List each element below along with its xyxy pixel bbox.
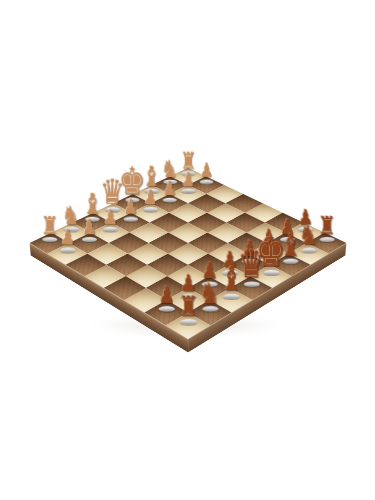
piece-base-ring: [103, 227, 118, 232]
piece-base-ring: [81, 237, 96, 242]
white-knight-glyph: ♞: [62, 204, 80, 228]
black-rook-glyph: ♜: [318, 214, 336, 238]
piece-base-ring: [298, 227, 313, 232]
piece-white-rook: ♜: [168, 147, 208, 176]
piece-base-ring: [143, 207, 157, 212]
piece-base-ring: [261, 248, 276, 253]
piece-base-ring: [144, 189, 158, 194]
piece-base-ring: [319, 237, 334, 242]
chess-board: ♜♟♟♜♞♟♟♞♝♟♟♝♚♟♟♚♛♟♟♛♝♟♟♝♞♟♟♞♜♟♟♜: [30, 168, 347, 339]
white-rook-glyph: ♜: [180, 150, 196, 171]
piece-base-ring: [280, 237, 295, 242]
piece-black-pawn: ♟: [283, 204, 326, 232]
piece-base-ring: [42, 237, 57, 242]
piece-base-ring: [123, 217, 138, 222]
piece-base-ring: [162, 198, 176, 203]
piece-base-ring: [199, 180, 213, 185]
piece-base-ring: [105, 207, 119, 212]
square-c3: [109, 233, 149, 254]
piece-base-ring: [282, 259, 297, 264]
piece-base-ring: [180, 319, 197, 325]
piece-base-ring: [180, 294, 196, 299]
piece-base-ring: [242, 259, 257, 264]
piece-base-ring: [263, 270, 279, 275]
piece-base-ring: [202, 306, 219, 312]
piece-base-ring: [158, 306, 175, 312]
scene: ♜♟♟♜♞♟♟♞♝♟♟♝♚♟♟♚♛♟♟♛♝♟♟♝♞♟♟♞♜♟♟♜: [0, 0, 375, 500]
piece-white-rook: ♜: [27, 210, 71, 242]
piece-base-ring: [125, 198, 139, 203]
product-photo: ♜♟♟♜♞♟♟♞♝♟♟♝♚♟♟♚♛♟♟♛♝♟♟♝♞♟♟♞♜♟♟♜: [0, 0, 375, 500]
piece-base-ring: [85, 217, 100, 222]
piece-base-ring: [201, 282, 217, 287]
piece-base-ring: [222, 270, 238, 275]
piece-base-ring: [64, 227, 79, 232]
piece-base-ring: [301, 248, 316, 253]
piece-base-ring: [60, 248, 75, 253]
white-pawn-glyph: ♟: [199, 162, 213, 180]
piece-base-ring: [181, 189, 195, 194]
black-pawn-glyph: ♟: [298, 208, 313, 228]
piece-base-ring: [223, 294, 239, 299]
piece-base-ring: [163, 180, 177, 185]
white-rook-glyph: ♜: [40, 214, 58, 238]
piece-base-ring: [243, 282, 259, 287]
piece-base-ring: [181, 171, 195, 176]
